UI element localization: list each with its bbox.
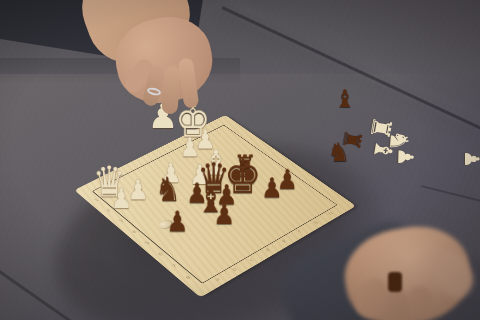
- rank-label-7: 7: [171, 263, 178, 268]
- file-label-h: h: [327, 211, 334, 216]
- file-label-d: d: [264, 248, 271, 253]
- file-label-g: g: [312, 220, 319, 225]
- rank-label-8: 8: [185, 275, 192, 280]
- rank-label-5: 5: [144, 241, 151, 246]
- piece-black-knight-c4[interactable]: ♞: [155, 174, 181, 205]
- black-knight-on-border: ♞: [327, 139, 350, 165]
- captured-black-bishop: ♝: [334, 87, 356, 111]
- rank-label-3: 3: [118, 219, 125, 224]
- file-label-c: c: [248, 257, 255, 262]
- rank-label-6: 6: [157, 252, 164, 257]
- file-label-f: f: [297, 229, 303, 233]
- piece-white-pawn-a3[interactable]: ♟: [111, 186, 133, 212]
- photo-scene: ♚♛♟♟♟♟♟♞♟♝♟♛♜♟♝♟♚♟♟♟ abcdefgh12345678 ♜♞…: [0, 0, 480, 320]
- rank-label-4: 4: [131, 230, 138, 235]
- file-label-a: a: [214, 277, 221, 282]
- couch-corner-shadow: [432, 262, 480, 320]
- piece-black-pawn-d7[interactable]: ♟: [214, 201, 236, 227]
- file-label-e: e: [280, 238, 287, 243]
- piece-black-pawn-b6[interactable]: ♟: [167, 209, 189, 235]
- captured-white-pawn: ♟: [394, 147, 416, 167]
- captured-white-pawn-edge: ♟: [462, 150, 480, 168]
- piece-black-pawn-g7[interactable]: ♟: [261, 175, 283, 200]
- held-white-pawn[interactable]: ♟: [148, 99, 178, 133]
- file-label-b: b: [231, 267, 238, 272]
